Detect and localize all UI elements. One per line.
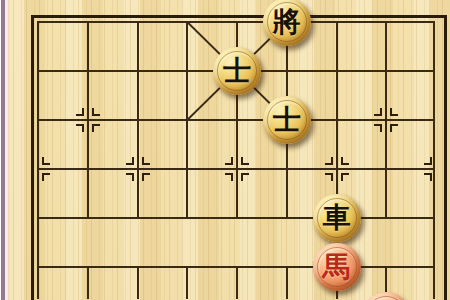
- board-cell: [87, 21, 137, 70]
- board-cell: [385, 21, 435, 70]
- board-cell: [186, 217, 236, 266]
- piece-character: 馬: [323, 243, 351, 291]
- board-cell: [385, 217, 435, 266]
- board-cell: [137, 21, 187, 70]
- board-cell: [37, 266, 87, 299]
- piece-character: 車: [323, 194, 351, 242]
- board-cell: [87, 217, 137, 266]
- xiangqi-app-screen: 將士士車馬: [0, 0, 450, 300]
- star-point: [25, 156, 51, 182]
- star-point: [423, 156, 449, 182]
- star-point: [224, 156, 250, 182]
- star-point: [75, 107, 101, 133]
- star-point: [324, 156, 350, 182]
- star-point: [125, 156, 151, 182]
- board-cell: [37, 217, 87, 266]
- star-point: [373, 107, 399, 133]
- board-cell: [236, 217, 286, 266]
- black-chariot[interactable]: 車: [313, 194, 361, 242]
- board-cell: [236, 266, 286, 299]
- red-horse[interactable]: 馬: [313, 243, 361, 291]
- black-advisor-2[interactable]: 士: [263, 96, 311, 144]
- black-general[interactable]: 將: [263, 0, 311, 46]
- black-advisor-1[interactable]: 士: [213, 47, 261, 95]
- piece-character: 士: [273, 96, 301, 144]
- board-cell: [87, 266, 137, 299]
- piece-character: 將: [273, 0, 301, 46]
- board-cell: [186, 266, 236, 299]
- board-cell: [37, 21, 87, 70]
- piece-character: 士: [223, 47, 251, 95]
- board-cell: [137, 70, 187, 119]
- board-cell: [336, 21, 386, 70]
- board-cell: [137, 266, 187, 299]
- board-cell: [137, 217, 187, 266]
